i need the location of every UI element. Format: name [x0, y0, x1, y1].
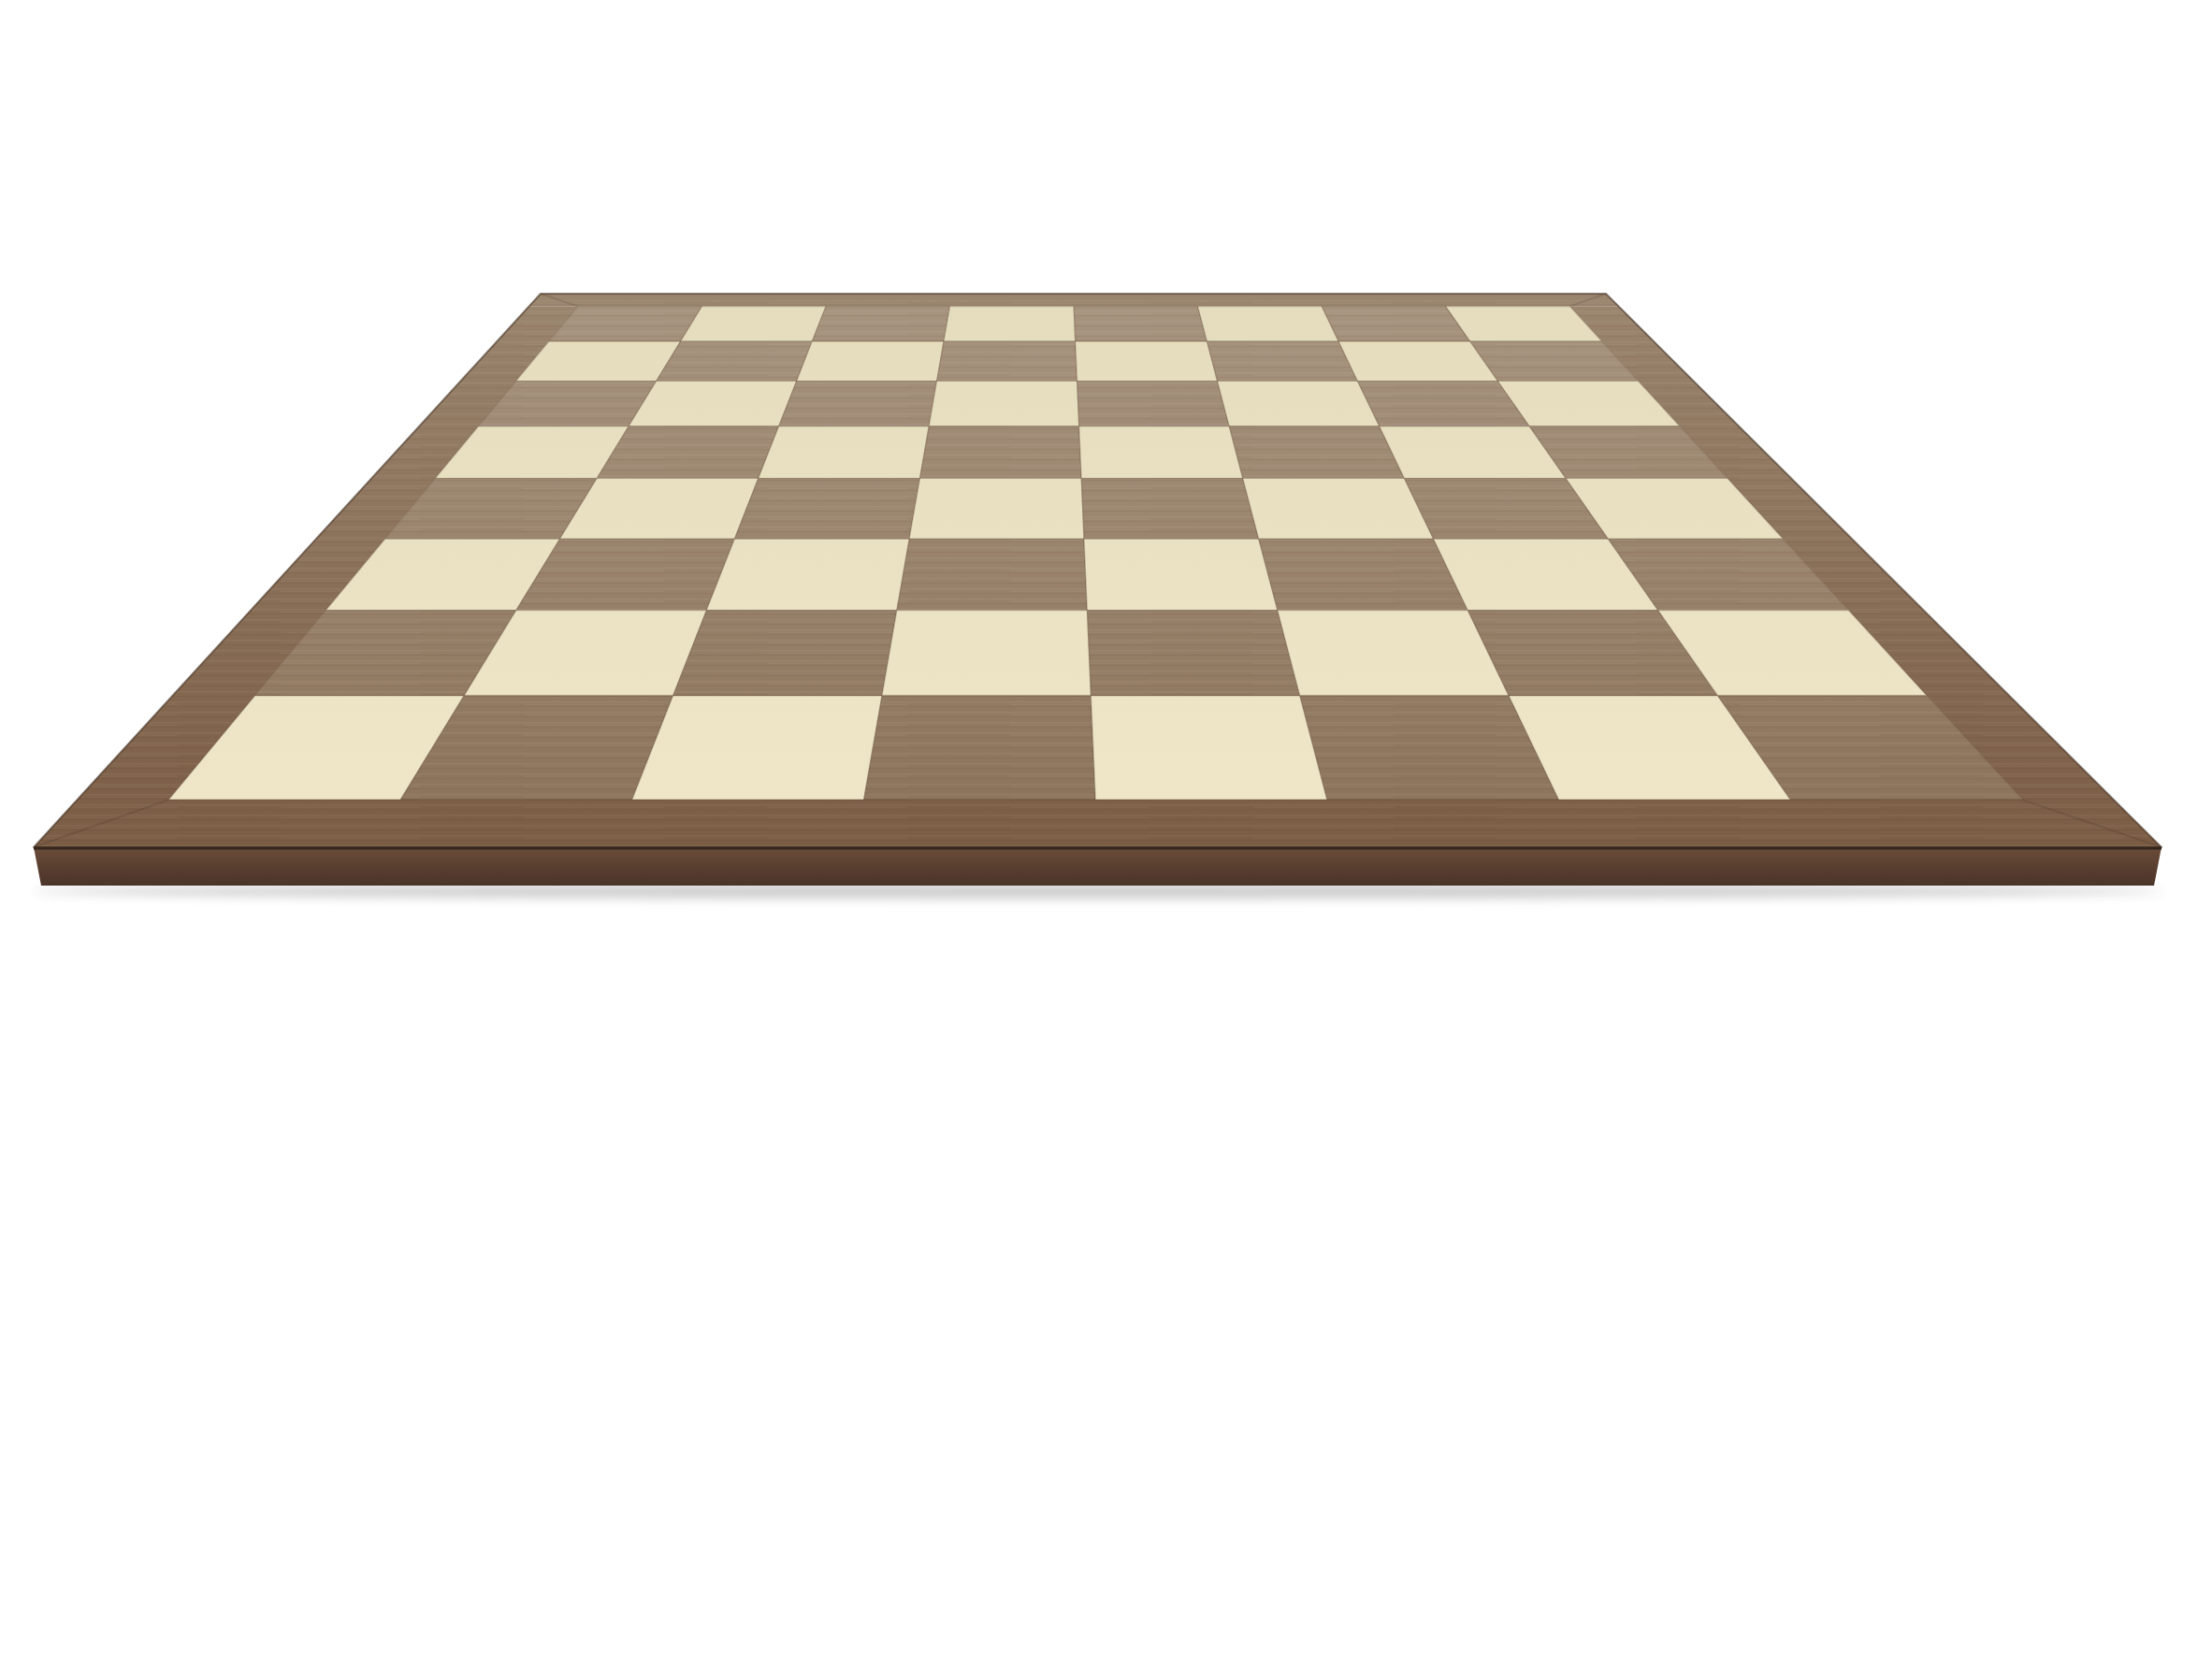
- board-shadow: [32, 884, 2164, 899]
- square-c4-r2-grain: [937, 341, 1077, 381]
- square-c5-r5-grain: [1081, 479, 1259, 540]
- square-c7-r1-grain: [1322, 307, 1470, 342]
- square-c4-r3-light: [929, 382, 1078, 426]
- square-c6-r6-grain: [1259, 539, 1468, 610]
- square-c6-r1-light: [1198, 307, 1339, 342]
- square-c3-r2-light: [797, 341, 944, 381]
- square-c4-r7-light: [882, 611, 1091, 696]
- square-c4-r6-grain: [897, 539, 1088, 610]
- square-c3-r5-grain: [734, 479, 919, 540]
- square-c6-r4-grain: [1229, 426, 1404, 479]
- square-c4-r8-grain: [864, 696, 1096, 800]
- square-c4-r1-light: [944, 307, 1076, 342]
- photo-canvas: [0, 0, 2212, 1658]
- square-c6-r5-light: [1243, 479, 1434, 540]
- square-c3-r8-light: [632, 696, 882, 800]
- square-c2-r1-light: [681, 307, 826, 342]
- square-c3-r7-grain: [673, 611, 897, 696]
- square-c6-r3-light: [1218, 382, 1380, 426]
- frame-far-grain: [529, 294, 1619, 307]
- square-c3-r4-light: [759, 426, 929, 479]
- square-c2-r2-grain: [657, 341, 813, 381]
- square-c5-r2-light: [1076, 341, 1218, 381]
- square-c3-r3-grain: [779, 382, 937, 426]
- frame-near-grain: [34, 800, 2161, 847]
- square-c5-r1-grain: [1074, 307, 1207, 342]
- square-c3-r6-light: [706, 539, 909, 610]
- square-c2-r4-grain: [597, 426, 779, 479]
- square-c5-r3-grain: [1077, 382, 1230, 426]
- square-c5-r7-grain: [1087, 611, 1299, 696]
- square-c5-r6-light: [1084, 539, 1278, 610]
- square-c2-r3-light: [629, 382, 797, 426]
- square-c4-r4-grain: [920, 426, 1082, 479]
- square-c6-r2-grain: [1207, 341, 1358, 381]
- chessboard: [0, 0, 2212, 1658]
- square-c4-r5-light: [909, 479, 1084, 540]
- square-c5-r8-light: [1091, 696, 1327, 800]
- square-c3-r1-grain: [812, 307, 949, 342]
- board-side-face: [34, 847, 2161, 886]
- square-c5-r4-light: [1079, 426, 1243, 479]
